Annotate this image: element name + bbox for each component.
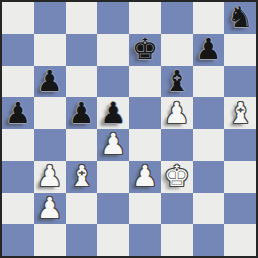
piece-white-king[interactable]: ♚ (164, 162, 190, 191)
piece-black-pawn[interactable]: ♟ (100, 99, 126, 128)
square-e2[interactable] (129, 193, 161, 225)
square-e6[interactable] (129, 66, 161, 98)
square-a1[interactable] (2, 224, 34, 256)
piece-white-pawn[interactable]: ♟ (100, 130, 126, 159)
piece-black-bishop[interactable]: ♝ (164, 67, 190, 96)
square-g5[interactable] (193, 97, 225, 129)
square-a8[interactable] (2, 2, 34, 34)
piece-black-pawn[interactable]: ♟ (5, 99, 31, 128)
square-g2[interactable] (193, 193, 225, 225)
square-c8[interactable] (66, 2, 98, 34)
piece-black-pawn[interactable]: ♟ (195, 35, 221, 64)
square-g7[interactable]: ♟ (193, 34, 225, 66)
square-g3[interactable] (193, 161, 225, 193)
square-e5[interactable] (129, 97, 161, 129)
square-c7[interactable] (66, 34, 98, 66)
square-b4[interactable] (34, 129, 66, 161)
chess-board: ♞♚♟♟♝♟♟♟♟♝♟♟♝♟♚♟ (2, 2, 256, 256)
square-d7[interactable] (97, 34, 129, 66)
square-f7[interactable] (161, 34, 193, 66)
piece-white-pawn[interactable]: ♟ (132, 162, 158, 191)
square-f6[interactable]: ♝ (161, 66, 193, 98)
piece-white-bishop[interactable]: ♝ (68, 162, 94, 191)
piece-black-knight[interactable]: ♞ (227, 3, 253, 32)
square-b6[interactable]: ♟ (34, 66, 66, 98)
square-a4[interactable] (2, 129, 34, 161)
square-c6[interactable] (66, 66, 98, 98)
square-e1[interactable] (129, 224, 161, 256)
square-d6[interactable] (97, 66, 129, 98)
square-d2[interactable] (97, 193, 129, 225)
square-e8[interactable] (129, 2, 161, 34)
square-b3[interactable]: ♟ (34, 161, 66, 193)
square-c3[interactable]: ♝ (66, 161, 98, 193)
square-d3[interactable] (97, 161, 129, 193)
piece-white-pawn[interactable]: ♟ (37, 162, 63, 191)
square-h8[interactable]: ♞ (224, 2, 256, 34)
square-f5[interactable]: ♟ (161, 97, 193, 129)
square-f1[interactable] (161, 224, 193, 256)
square-d1[interactable] (97, 224, 129, 256)
square-h1[interactable] (224, 224, 256, 256)
square-a5[interactable]: ♟ (2, 97, 34, 129)
square-a7[interactable] (2, 34, 34, 66)
square-b8[interactable] (34, 2, 66, 34)
square-h7[interactable] (224, 34, 256, 66)
square-a3[interactable] (2, 161, 34, 193)
piece-black-pawn[interactable]: ♟ (37, 67, 63, 96)
square-a2[interactable] (2, 193, 34, 225)
piece-white-bishop[interactable]: ♝ (227, 99, 253, 128)
square-e7[interactable]: ♚ (129, 34, 161, 66)
square-e3[interactable]: ♟ (129, 161, 161, 193)
square-h2[interactable] (224, 193, 256, 225)
square-b7[interactable] (34, 34, 66, 66)
square-g1[interactable] (193, 224, 225, 256)
square-g4[interactable] (193, 129, 225, 161)
square-b1[interactable] (34, 224, 66, 256)
piece-black-pawn[interactable]: ♟ (68, 99, 94, 128)
square-f4[interactable] (161, 129, 193, 161)
square-c1[interactable] (66, 224, 98, 256)
square-a6[interactable] (2, 66, 34, 98)
square-h5[interactable]: ♝ (224, 97, 256, 129)
piece-black-king[interactable]: ♚ (132, 35, 158, 64)
square-h4[interactable] (224, 129, 256, 161)
square-d8[interactable] (97, 2, 129, 34)
square-c4[interactable] (66, 129, 98, 161)
square-f3[interactable]: ♚ (161, 161, 193, 193)
piece-white-pawn[interactable]: ♟ (37, 194, 63, 223)
square-e4[interactable] (129, 129, 161, 161)
square-g8[interactable] (193, 2, 225, 34)
square-b2[interactable]: ♟ (34, 193, 66, 225)
square-d5[interactable]: ♟ (97, 97, 129, 129)
chess-board-frame: ♞♚♟♟♝♟♟♟♟♝♟♟♝♟♚♟ (0, 0, 258, 258)
square-d4[interactable]: ♟ (97, 129, 129, 161)
square-h6[interactable] (224, 66, 256, 98)
square-b5[interactable] (34, 97, 66, 129)
square-g6[interactable] (193, 66, 225, 98)
square-f8[interactable] (161, 2, 193, 34)
square-c5[interactable]: ♟ (66, 97, 98, 129)
piece-white-pawn[interactable]: ♟ (164, 99, 190, 128)
square-c2[interactable] (66, 193, 98, 225)
square-h3[interactable] (224, 161, 256, 193)
square-f2[interactable] (161, 193, 193, 225)
